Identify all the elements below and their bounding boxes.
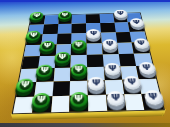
white-piece[interactable]: Ψ: [104, 62, 121, 75]
bull-skull-emblem-icon: Ψ: [140, 63, 154, 72]
bull-skull-emblem-icon: Ψ: [57, 53, 69, 62]
white-piece[interactable]: Ψ: [143, 90, 164, 106]
bull-skull-emblem-icon: Ψ: [131, 19, 142, 26]
square-r6c4[interactable]: Ψ: [70, 67, 87, 81]
bull-skull-emblem-icon: Ψ: [146, 92, 161, 103]
bull-skull-emblem-icon: Ψ: [115, 10, 125, 16]
white-piece[interactable]: Ψ: [107, 90, 126, 106]
scene: ΨΨΨΨΨΨΨΨΨΨΨΨΨΨΨΨΨΨΨΨΨΨ: [0, 0, 170, 127]
green-piece[interactable]: Ψ: [39, 40, 55, 51]
square-r2c4[interactable]: [72, 23, 87, 33]
green-piece[interactable]: Ψ: [36, 64, 53, 77]
square-r2c8[interactable]: Ψ: [128, 22, 144, 32]
white-piece[interactable]: Ψ: [138, 62, 157, 75]
bull-skull-emblem-icon: Ψ: [72, 94, 85, 105]
bull-skull-emblem-icon: Ψ: [109, 93, 123, 104]
square-r4c4[interactable]: Ψ: [71, 44, 87, 56]
white-piece[interactable]: Ψ: [88, 76, 106, 90]
white-piece[interactable]: Ψ: [129, 18, 145, 27]
white-piece[interactable]: Ψ: [113, 9, 128, 18]
square-r8c5[interactable]: [88, 95, 107, 112]
square-r5c3[interactable]: Ψ: [54, 55, 71, 68]
bull-skull-emblem-icon: Ψ: [32, 13, 43, 19]
green-piece[interactable]: Ψ: [15, 78, 34, 92]
green-piece[interactable]: Ψ: [58, 11, 72, 20]
bull-skull-emblem-icon: Ψ: [104, 40, 115, 48]
square-r4c1[interactable]: [24, 45, 41, 57]
bull-skull-emblem-icon: Ψ: [38, 66, 51, 75]
square-r7c3[interactable]: [52, 81, 70, 96]
square-r7c7[interactable]: Ψ: [122, 79, 142, 94]
green-piece[interactable]: Ψ: [26, 30, 42, 40]
green-piece[interactable]: Ψ: [29, 11, 44, 20]
white-piece[interactable]: Ψ: [102, 39, 118, 50]
bull-skull-emblem-icon: Ψ: [90, 78, 103, 88]
square-r8c6[interactable]: Ψ: [106, 94, 126, 111]
green-piece[interactable]: Ψ: [71, 40, 86, 51]
bull-skull-emblem-icon: Ψ: [42, 42, 53, 50]
bull-skull-emblem-icon: Ψ: [125, 77, 139, 87]
green-piece[interactable]: Ψ: [54, 51, 70, 63]
square-r1c5[interactable]: [86, 14, 100, 23]
green-piece[interactable]: Ψ: [70, 63, 86, 76]
square-r1c4[interactable]: [72, 14, 86, 23]
square-r6c3[interactable]: [53, 68, 71, 82]
square-r2c3[interactable]: [57, 24, 72, 34]
square-r1c6[interactable]: [99, 14, 114, 23]
table-front-shadow: [0, 123, 170, 127]
green-piece[interactable]: Ψ: [70, 91, 88, 107]
square-r4c5[interactable]: [86, 43, 102, 55]
bull-skull-emblem-icon: Ψ: [135, 39, 147, 47]
bull-skull-emblem-icon: Ψ: [28, 32, 39, 39]
square-r6c2[interactable]: Ψ: [36, 68, 54, 82]
square-r5c5[interactable]: [87, 55, 104, 68]
square-r1c1[interactable]: Ψ: [30, 15, 45, 24]
square-r1c2[interactable]: [44, 15, 59, 24]
bull-skull-emblem-icon: Ψ: [60, 12, 70, 18]
bull-skull-emblem-icon: Ψ: [73, 41, 84, 49]
square-r4c6[interactable]: Ψ: [102, 43, 119, 55]
board-grid: ΨΨΨΨΨΨΨΨΨΨΨΨΨΨΨΨΨΨΨΨΨΨ: [13, 13, 163, 113]
square-r1c3[interactable]: Ψ: [58, 15, 72, 24]
bull-skull-emblem-icon: Ψ: [34, 94, 48, 105]
square-r8c1[interactable]: [13, 97, 34, 114]
bull-skull-emblem-icon: Ψ: [73, 65, 85, 74]
square-r6c6[interactable]: Ψ: [104, 66, 122, 80]
bull-skull-emblem-icon: Ψ: [89, 30, 100, 37]
square-r7c1[interactable]: Ψ: [16, 82, 36, 97]
square-r1c7[interactable]: Ψ: [113, 13, 128, 22]
square-r2c2[interactable]: [43, 24, 58, 34]
square-r8c8[interactable]: Ψ: [142, 93, 164, 109]
square-r7c5[interactable]: Ψ: [87, 80, 105, 95]
game-window: ΨΨΨΨΨΨΨΨΨΨΨΨΨΨΨΨΨΨΨΨΨΨ: [0, 0, 170, 127]
white-piece[interactable]: Ψ: [133, 38, 150, 49]
square-r3c5[interactable]: Ψ: [86, 33, 101, 44]
square-r8c4[interactable]: Ψ: [69, 95, 88, 112]
square-r2c6[interactable]: [100, 23, 115, 33]
checkers-board: ΨΨΨΨΨΨΨΨΨΨΨΨΨΨΨΨΨΨΨΨΨΨ: [13, 13, 163, 113]
bull-skull-emblem-icon: Ψ: [107, 64, 120, 73]
square-r3c3[interactable]: [56, 34, 71, 45]
bull-skull-emblem-icon: Ψ: [18, 80, 32, 90]
square-r6c8[interactable]: Ψ: [136, 66, 156, 80]
square-r4c8[interactable]: Ψ: [132, 42, 150, 54]
green-piece[interactable]: Ψ: [31, 92, 50, 108]
square-r8c3[interactable]: [51, 96, 70, 113]
white-piece[interactable]: Ψ: [87, 29, 102, 39]
square-r4c2[interactable]: Ψ: [40, 44, 57, 56]
square-r8c2[interactable]: Ψ: [32, 96, 52, 113]
